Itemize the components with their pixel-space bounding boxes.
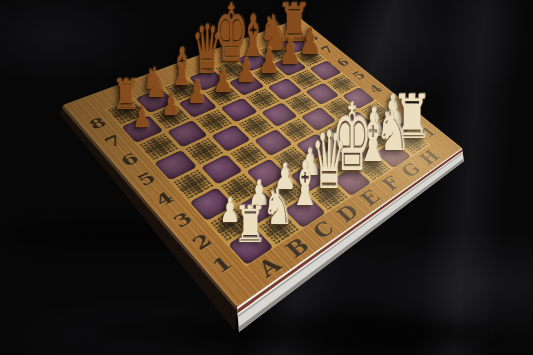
piece-white-bishop-c1[interactable]: ♝ <box>289 154 320 216</box>
background-cloth: 8877665544332211ABCDEFGH ♜♞♝♛♚♝♞♜♟♟♟♟♟♟♟… <box>0 0 533 355</box>
piece-black-pawn-a7[interactable]: ♟ <box>133 103 151 132</box>
piece-black-pawn-c7[interactable]: ♟ <box>187 77 207 109</box>
piece-black-pawn-b7[interactable]: ♟ <box>161 89 180 120</box>
piece-black-pawn-e7[interactable]: ♟ <box>236 54 257 88</box>
board-cast-shadow <box>90 315 490 349</box>
piece-black-pawn-g7[interactable]: ♟ <box>278 33 300 69</box>
piece-black-pawn-d7[interactable]: ♟ <box>212 65 233 98</box>
piece-white-knight-b1[interactable]: ♞ <box>263 182 294 232</box>
piece-white-rook-a1[interactable]: ♜ <box>233 200 267 250</box>
piece-black-pawn-h7[interactable]: ♟ <box>298 24 321 61</box>
piece-black-pawn-f7[interactable]: ♟ <box>258 43 280 78</box>
